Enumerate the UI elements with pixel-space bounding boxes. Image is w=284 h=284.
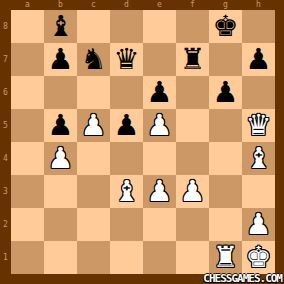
square-f5[interactable] [176,109,209,142]
rank-label-3: 3 [0,175,11,208]
square-d5[interactable]: ♟ [110,109,143,142]
white-pawn-h2: ♟ [246,210,272,239]
black-bishop-b8: ♝ [48,12,74,41]
square-b5[interactable]: ♟ [44,109,77,142]
white-pawn-e5: ♟ [147,111,173,140]
file-label-d: d [110,0,143,10]
square-b7[interactable]: ♟ [44,43,77,76]
square-g6[interactable]: ♟ [209,76,242,109]
rank-labels: 87654321 [0,10,11,274]
square-f4[interactable] [176,142,209,175]
square-e2[interactable] [143,208,176,241]
square-g3[interactable] [209,175,242,208]
file-label-e: e [143,0,176,10]
file-label-c: c [77,0,110,10]
rank-label-8: 8 [0,10,11,43]
square-h5[interactable]: ♛ [242,109,275,142]
square-h1[interactable]: ♚ [242,241,275,274]
square-c7[interactable]: ♞ [77,43,110,76]
square-a4[interactable] [11,142,44,175]
square-a7[interactable] [11,43,44,76]
square-h3[interactable] [242,175,275,208]
square-c6[interactable] [77,76,110,109]
square-d4[interactable] [110,142,143,175]
square-e6[interactable]: ♟ [143,76,176,109]
square-d7[interactable]: ♛ [110,43,143,76]
square-a1[interactable] [11,241,44,274]
square-f2[interactable] [176,208,209,241]
square-d2[interactable] [110,208,143,241]
white-pawn-f3: ♟ [180,177,206,206]
square-g5[interactable] [209,109,242,142]
white-pawn-e3: ♟ [147,177,173,206]
square-f1[interactable] [176,241,209,274]
square-f7[interactable]: ♜ [176,43,209,76]
white-pawn-c5: ♟ [81,111,107,140]
square-g4[interactable] [209,142,242,175]
square-b3[interactable] [44,175,77,208]
square-f8[interactable] [176,10,209,43]
square-h2[interactable]: ♟ [242,208,275,241]
square-b8[interactable]: ♝ [44,10,77,43]
square-g7[interactable] [209,43,242,76]
black-pawn-h7: ♟ [246,45,272,74]
file-label-a: a [11,0,44,10]
square-c1[interactable] [77,241,110,274]
square-d6[interactable] [110,76,143,109]
square-c2[interactable] [77,208,110,241]
square-c3[interactable] [77,175,110,208]
rank-label-2: 2 [0,208,11,241]
square-e7[interactable] [143,43,176,76]
black-king-g8: ♚ [213,12,239,41]
black-knight-c7: ♞ [81,45,107,74]
file-label-h: h [242,0,275,10]
chessgames-watermark: CHESSGAMES.COM [203,273,282,284]
square-h7[interactable]: ♟ [242,43,275,76]
square-e5[interactable]: ♟ [143,109,176,142]
square-a6[interactable] [11,76,44,109]
square-a3[interactable] [11,175,44,208]
chess-board: ♝♚♟♞♛♜♟♟♟♟♟♟♟♛♟♝♝♟♟♟♜♚ [11,10,275,274]
square-g1[interactable]: ♜ [209,241,242,274]
square-a2[interactable] [11,208,44,241]
square-e3[interactable]: ♟ [143,175,176,208]
square-a5[interactable] [11,109,44,142]
chess-board-frame: abcdefgh 87654321 ♝♚♟♞♛♜♟♟♟♟♟♟♟♛♟♝♝♟♟♟♜♚… [0,0,284,284]
black-rook-f7: ♜ [180,45,206,74]
white-king-h1: ♚ [246,243,272,272]
black-pawn-b5: ♟ [48,111,74,140]
square-b4[interactable]: ♟ [44,142,77,175]
square-h8[interactable] [242,10,275,43]
square-d8[interactable] [110,10,143,43]
white-bishop-d3: ♝ [114,177,140,206]
square-b2[interactable] [44,208,77,241]
square-e1[interactable] [143,241,176,274]
file-label-f: f [176,0,209,10]
square-g2[interactable] [209,208,242,241]
white-rook-g1: ♜ [213,243,239,272]
black-pawn-e6: ♟ [147,78,173,107]
square-e4[interactable] [143,142,176,175]
black-pawn-g6: ♟ [213,78,239,107]
square-a8[interactable] [11,10,44,43]
white-pawn-b4: ♟ [48,144,74,173]
white-bishop-h4: ♝ [246,144,272,173]
white-queen-h5: ♛ [246,111,272,140]
square-b1[interactable] [44,241,77,274]
square-c5[interactable]: ♟ [77,109,110,142]
square-c4[interactable] [77,142,110,175]
square-f6[interactable] [176,76,209,109]
rank-label-6: 6 [0,76,11,109]
square-e8[interactable] [143,10,176,43]
square-h4[interactable]: ♝ [242,142,275,175]
square-d3[interactable]: ♝ [110,175,143,208]
rank-label-5: 5 [0,109,11,142]
rank-label-1: 1 [0,241,11,274]
black-pawn-b7: ♟ [48,45,74,74]
rank-label-7: 7 [0,43,11,76]
black-queen-d7: ♛ [114,45,140,74]
square-c8[interactable] [77,10,110,43]
square-f3[interactable]: ♟ [176,175,209,208]
black-pawn-d5: ♟ [114,111,140,140]
rank-label-4: 4 [0,142,11,175]
square-b6[interactable] [44,76,77,109]
square-h6[interactable] [242,76,275,109]
square-d1[interactable] [110,241,143,274]
square-g8[interactable]: ♚ [209,10,242,43]
